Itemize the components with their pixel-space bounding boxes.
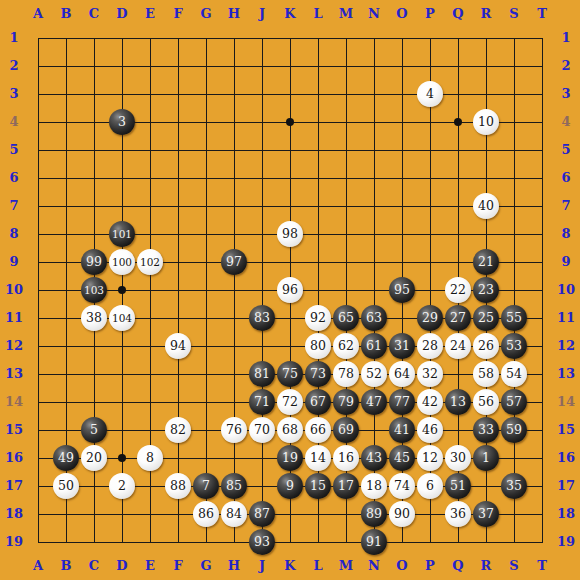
stone-black-N16: 43 [361,445,387,471]
stone-white-D11: 104 [109,305,135,331]
stone-black-G17: 7 [193,473,219,499]
move-number: 78 [338,368,354,381]
row-label-right: 7 [552,198,580,214]
star-point [454,118,462,126]
star-point [118,286,126,294]
row-label-left: 2 [0,58,28,74]
move-number: 26 [478,340,494,353]
move-number: 37 [478,508,494,521]
stone-white-O13: 64 [389,361,415,387]
stone-black-L13: 73 [305,361,331,387]
row-label-left: 8 [0,226,28,242]
stone-white-G18: 86 [193,501,219,527]
row-label-left: 9 [0,254,28,270]
stone-black-L17: 15 [305,473,331,499]
move-number: 47 [366,396,382,409]
star-point [286,118,294,126]
move-number: 87 [254,508,270,521]
move-number: 14 [310,452,326,465]
stone-white-P14: 42 [417,389,443,415]
move-number: 76 [226,424,242,437]
stone-black-K13: 75 [277,361,303,387]
stone-black-K17: 9 [277,473,303,499]
stone-black-R18: 37 [473,501,499,527]
stone-white-K14: 72 [277,389,303,415]
stone-white-R4: 10 [473,109,499,135]
stone-white-P16: 12 [417,445,443,471]
column-label-bottom: H [220,558,248,574]
stone-white-P3: 4 [417,81,443,107]
stone-white-C16: 20 [81,445,107,471]
stone-black-K16: 19 [277,445,303,471]
stone-black-M14: 79 [333,389,359,415]
stone-white-R7: 40 [473,193,499,219]
row-label-left: 5 [0,142,28,158]
stone-black-N11: 63 [361,305,387,331]
column-label-bottom: J [248,558,276,574]
row-label-left: 13 [0,366,28,382]
move-number: 38 [86,312,102,325]
column-label-bottom: G [192,558,220,574]
move-number: 64 [394,368,410,381]
move-number: 9 [286,480,294,493]
stone-black-Q11: 27 [445,305,471,331]
stone-black-R16: 1 [473,445,499,471]
column-label-top: A [24,6,52,22]
row-label-right: 10 [552,282,580,298]
move-number: 41 [394,424,410,437]
move-number: 83 [254,312,270,325]
column-label-bottom: P [416,558,444,574]
move-number: 35 [506,480,522,493]
row-label-right: 6 [552,170,580,186]
stone-white-O17: 74 [389,473,415,499]
move-number: 42 [422,396,438,409]
move-number: 101 [112,229,132,240]
move-number: 16 [338,452,354,465]
stone-white-Q16: 30 [445,445,471,471]
column-label-top: K [276,6,304,22]
stone-black-O16: 45 [389,445,415,471]
move-number: 82 [170,424,186,437]
row-label-right: 2 [552,58,580,74]
stone-white-K10: 96 [277,277,303,303]
row-label-right: 8 [552,226,580,242]
stone-black-C10: 103 [81,277,107,303]
stone-white-D9: 100 [109,249,135,275]
move-number: 15 [310,480,326,493]
stone-white-K15: 68 [277,417,303,443]
move-number: 58 [478,368,494,381]
stone-white-L11: 92 [305,305,331,331]
move-number: 104 [112,313,132,324]
stone-white-N17: 18 [361,473,387,499]
stone-black-S14: 57 [501,389,527,415]
move-number: 102 [140,257,160,268]
move-number: 24 [450,340,466,353]
stone-white-R12: 26 [473,333,499,359]
grid-line-vertical [542,38,543,543]
stone-white-B17: 50 [53,473,79,499]
move-number: 61 [366,340,382,353]
stone-white-M12: 62 [333,333,359,359]
column-label-top: G [192,6,220,22]
move-number: 53 [506,340,522,353]
row-label-left: 19 [0,534,28,550]
column-label-top: R [472,6,500,22]
move-number: 40 [478,200,494,213]
stone-white-F17: 88 [165,473,191,499]
stone-black-R11: 25 [473,305,499,331]
stone-black-M17: 17 [333,473,359,499]
stone-black-S15: 59 [501,417,527,443]
move-number: 36 [450,508,466,521]
stone-white-Q12: 24 [445,333,471,359]
move-number: 57 [506,396,522,409]
move-number: 45 [394,452,410,465]
move-number: 28 [422,340,438,353]
stone-black-H9: 97 [221,249,247,275]
stone-black-O10: 95 [389,277,415,303]
stone-black-J19: 93 [249,529,275,555]
row-label-left: 6 [0,170,28,186]
column-label-bottom: N [360,558,388,574]
stone-white-M13: 78 [333,361,359,387]
move-number: 22 [450,284,466,297]
move-number: 29 [422,312,438,325]
row-label-left: 17 [0,478,28,494]
row-label-left: 15 [0,422,28,438]
move-number: 51 [450,480,466,493]
move-number: 46 [422,424,438,437]
column-label-top: F [164,6,192,22]
row-label-right: 9 [552,254,580,270]
row-label-right: 17 [552,478,580,494]
stone-white-F12: 94 [165,333,191,359]
column-label-top: N [360,6,388,22]
move-number: 103 [84,285,104,296]
row-label-left: 4 [0,114,28,130]
stone-white-P13: 32 [417,361,443,387]
row-label-right: 4 [552,114,580,130]
move-number: 86 [198,508,214,521]
stone-black-D8: 101 [109,221,135,247]
row-label-left: 14 [0,394,28,410]
column-label-top: M [332,6,360,22]
move-number: 32 [422,368,438,381]
column-label-bottom: R [472,558,500,574]
stone-white-P17: 6 [417,473,443,499]
stone-black-L14: 67 [305,389,331,415]
column-label-top: P [416,6,444,22]
row-label-left: 18 [0,506,28,522]
stone-white-L16: 14 [305,445,331,471]
column-label-top: T [528,6,556,22]
row-label-right: 16 [552,450,580,466]
column-label-bottom: Q [444,558,472,574]
stone-white-S13: 54 [501,361,527,387]
stone-black-S12: 53 [501,333,527,359]
row-label-right: 12 [552,338,580,354]
column-label-bottom: K [276,558,304,574]
row-label-left: 10 [0,282,28,298]
move-number: 6 [426,480,434,493]
stone-white-E16: 8 [137,445,163,471]
move-number: 1 [482,452,490,465]
star-point [118,454,126,462]
stone-black-M15: 69 [333,417,359,443]
column-label-bottom: M [332,558,360,574]
move-number: 56 [478,396,494,409]
move-number: 90 [394,508,410,521]
move-number: 81 [254,368,270,381]
stone-black-N19: 91 [361,529,387,555]
stone-white-K8: 98 [277,221,303,247]
move-number: 69 [338,424,354,437]
row-label-right: 15 [552,422,580,438]
stone-white-D17: 2 [109,473,135,499]
move-number: 68 [282,424,298,437]
move-number: 84 [226,508,242,521]
column-label-top: H [220,6,248,22]
row-label-right: 5 [552,142,580,158]
move-number: 4 [426,88,434,101]
stone-white-R14: 56 [473,389,499,415]
stone-black-D4: 3 [109,109,135,135]
stone-black-J18: 87 [249,501,275,527]
move-number: 80 [310,340,326,353]
stone-black-R15: 33 [473,417,499,443]
column-label-bottom: E [136,558,164,574]
stone-black-Q14: 13 [445,389,471,415]
move-number: 94 [170,340,186,353]
move-number: 89 [366,508,382,521]
move-number: 52 [366,368,382,381]
stone-white-H18: 84 [221,501,247,527]
stone-white-C11: 38 [81,305,107,331]
move-number: 18 [366,480,382,493]
stone-white-O18: 90 [389,501,415,527]
stone-white-H15: 76 [221,417,247,443]
move-number: 67 [310,396,326,409]
stone-black-J13: 81 [249,361,275,387]
stone-black-R10: 23 [473,277,499,303]
stone-black-N12: 61 [361,333,387,359]
move-number: 30 [450,452,466,465]
move-number: 55 [506,312,522,325]
stone-white-E9: 102 [137,249,163,275]
grid-line-vertical [514,38,515,543]
move-number: 77 [394,396,410,409]
row-label-left: 16 [0,450,28,466]
move-number: 73 [310,368,326,381]
go-board-diagram: AABBCCDDEEFFGGHHJJKKLLMMNNOOPPQQRRSSTT11… [0,0,580,580]
column-label-bottom: T [528,558,556,574]
move-number: 27 [450,312,466,325]
move-number: 5 [90,424,98,437]
stone-white-R13: 58 [473,361,499,387]
stone-black-R9: 21 [473,249,499,275]
move-number: 2 [118,480,126,493]
stone-black-B16: 49 [53,445,79,471]
stone-black-S17: 35 [501,473,527,499]
stone-black-N14: 47 [361,389,387,415]
move-number: 12 [422,452,438,465]
stone-white-J15: 70 [249,417,275,443]
move-number: 99 [86,256,102,269]
move-number: 25 [478,312,494,325]
move-number: 8 [146,452,154,465]
move-number: 92 [310,312,326,325]
column-label-top: E [136,6,164,22]
move-number: 71 [254,396,270,409]
move-number: 19 [282,452,298,465]
row-label-right: 14 [552,394,580,410]
stone-white-P15: 46 [417,417,443,443]
column-label-bottom: S [500,558,528,574]
move-number: 88 [170,480,186,493]
stone-white-F15: 82 [165,417,191,443]
move-number: 49 [58,452,74,465]
move-number: 10 [478,116,494,129]
move-number: 70 [254,424,270,437]
stone-black-J14: 71 [249,389,275,415]
move-number: 85 [226,480,242,493]
move-number: 98 [282,228,298,241]
move-number: 66 [310,424,326,437]
move-number: 79 [338,396,354,409]
row-label-right: 18 [552,506,580,522]
row-label-left: 11 [0,310,28,326]
move-number: 100 [112,257,132,268]
column-label-top: C [80,6,108,22]
move-number: 23 [478,284,494,297]
stone-black-O14: 77 [389,389,415,415]
move-number: 97 [226,256,242,269]
stone-black-S11: 55 [501,305,527,331]
row-label-right: 11 [552,310,580,326]
row-label-left: 1 [0,30,28,46]
move-number: 31 [394,340,410,353]
move-number: 59 [506,424,522,437]
move-number: 17 [338,480,354,493]
stone-white-M16: 16 [333,445,359,471]
move-number: 21 [478,256,494,269]
stone-white-L12: 80 [305,333,331,359]
move-number: 43 [366,452,382,465]
row-label-left: 12 [0,338,28,354]
move-number: 13 [450,396,466,409]
move-number: 91 [366,536,382,549]
column-label-bottom: L [304,558,332,574]
column-label-bottom: B [52,558,80,574]
move-number: 54 [506,368,522,381]
column-label-top: J [248,6,276,22]
grid-line-horizontal [38,542,543,543]
stone-white-N13: 52 [361,361,387,387]
column-label-top: Q [444,6,472,22]
stone-white-Q18: 36 [445,501,471,527]
stone-black-M11: 65 [333,305,359,331]
move-number: 3 [118,116,126,129]
stone-black-C15: 5 [81,417,107,443]
stone-white-P12: 28 [417,333,443,359]
move-number: 7 [202,480,210,493]
row-label-left: 7 [0,198,28,214]
move-number: 63 [366,312,382,325]
column-label-bottom: C [80,558,108,574]
row-label-right: 1 [552,30,580,46]
column-label-top: O [388,6,416,22]
move-number: 65 [338,312,354,325]
stone-black-O15: 41 [389,417,415,443]
row-label-right: 3 [552,86,580,102]
row-label-right: 13 [552,366,580,382]
column-label-top: D [108,6,136,22]
move-number: 62 [338,340,354,353]
column-label-bottom: O [388,558,416,574]
stone-black-H17: 85 [221,473,247,499]
stone-black-O12: 31 [389,333,415,359]
move-number: 96 [282,284,298,297]
column-label-top: L [304,6,332,22]
move-number: 72 [282,396,298,409]
stone-white-L15: 66 [305,417,331,443]
move-number: 33 [478,424,494,437]
column-label-top: B [52,6,80,22]
stone-black-N18: 89 [361,501,387,527]
move-number: 74 [394,480,410,493]
move-number: 75 [282,368,298,381]
move-number: 20 [86,452,102,465]
row-label-right: 19 [552,534,580,550]
column-label-bottom: A [24,558,52,574]
stone-black-Q17: 51 [445,473,471,499]
stone-black-J11: 83 [249,305,275,331]
move-number: 50 [58,480,74,493]
stone-black-P11: 29 [417,305,443,331]
move-number: 95 [394,284,410,297]
stone-white-Q10: 22 [445,277,471,303]
column-label-bottom: F [164,558,192,574]
column-label-bottom: D [108,558,136,574]
move-number: 93 [254,536,270,549]
row-label-left: 3 [0,86,28,102]
stone-black-C9: 99 [81,249,107,275]
column-label-top: S [500,6,528,22]
